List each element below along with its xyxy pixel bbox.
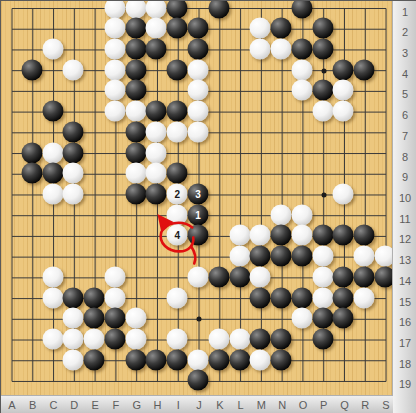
black-stone-C9 bbox=[42, 163, 63, 184]
white-stone-P13 bbox=[312, 246, 333, 267]
white-stone-H8 bbox=[146, 142, 167, 163]
white-stone-L12 bbox=[229, 225, 250, 246]
black-stone-R12 bbox=[354, 225, 375, 246]
col-label-D: D bbox=[70, 400, 78, 411]
col-label-M: M bbox=[257, 400, 266, 411]
white-stone-I7 bbox=[167, 121, 188, 142]
black-stone-H6 bbox=[146, 101, 167, 122]
white-stone-F15 bbox=[104, 287, 125, 308]
white-stone-J4 bbox=[188, 59, 209, 80]
white-stone-P14 bbox=[312, 266, 333, 287]
white-stone-C15 bbox=[42, 287, 63, 308]
white-stone-N3 bbox=[271, 38, 292, 59]
col-label-J: J bbox=[196, 400, 202, 411]
black-stone-H18 bbox=[146, 349, 167, 370]
col-label-O: O bbox=[299, 400, 308, 411]
row-label-15: 15 bbox=[399, 296, 411, 307]
col-label-I: I bbox=[177, 400, 180, 411]
white-stone-K17 bbox=[208, 329, 229, 350]
black-stone-Q4 bbox=[333, 59, 354, 80]
row-labels-bar: 12345678910111213141516171819 bbox=[392, 1, 416, 413]
star-point-J16 bbox=[197, 317, 202, 322]
white-stone-N11 bbox=[271, 204, 292, 225]
white-stone-R15 bbox=[354, 287, 375, 308]
white-stone-I12: 4 bbox=[167, 225, 188, 246]
row-label-9: 9 bbox=[402, 172, 408, 183]
white-stone-C14 bbox=[42, 266, 63, 287]
white-stone-F3 bbox=[104, 38, 125, 59]
black-stone-P17 bbox=[312, 329, 333, 350]
column-labels-bar: ABCDEFGHIJKLMNOPQRS bbox=[1, 395, 393, 413]
white-stone-G6 bbox=[125, 101, 146, 122]
black-stone-E16 bbox=[84, 308, 105, 329]
white-stone-M2 bbox=[250, 18, 271, 39]
black-stone-J11: 1 bbox=[188, 204, 209, 225]
white-stone-H2 bbox=[146, 18, 167, 39]
black-stone-O3 bbox=[291, 38, 312, 59]
black-stone-K18 bbox=[208, 349, 229, 370]
white-stone-J18 bbox=[188, 349, 209, 370]
white-stone-Q6 bbox=[333, 101, 354, 122]
col-label-Q: Q bbox=[340, 400, 349, 411]
black-stone-J2 bbox=[188, 18, 209, 39]
black-stone-N2 bbox=[271, 18, 292, 39]
black-stone-Q15 bbox=[333, 287, 354, 308]
row-label-10: 10 bbox=[399, 192, 411, 203]
black-stone-G10 bbox=[125, 183, 146, 204]
col-label-B: B bbox=[29, 400, 36, 411]
black-stone-P3 bbox=[312, 38, 333, 59]
white-stone-L17 bbox=[229, 329, 250, 350]
black-stone-I9 bbox=[167, 163, 188, 184]
black-stone-G3 bbox=[125, 38, 146, 59]
black-stone-C6 bbox=[42, 101, 63, 122]
white-stone-J5 bbox=[188, 80, 209, 101]
white-stone-Q5 bbox=[333, 80, 354, 101]
white-stone-P6 bbox=[312, 101, 333, 122]
col-label-S: S bbox=[382, 400, 389, 411]
black-stone-D8 bbox=[63, 142, 84, 163]
col-label-L: L bbox=[238, 400, 244, 411]
black-stone-J19 bbox=[188, 370, 209, 391]
white-stone-J6 bbox=[188, 101, 209, 122]
white-stone-M3 bbox=[250, 38, 271, 59]
black-stone-J3 bbox=[188, 38, 209, 59]
white-stone-F2 bbox=[104, 18, 125, 39]
black-stone-R4 bbox=[354, 59, 375, 80]
col-label-E: E bbox=[91, 400, 98, 411]
black-stone-G5 bbox=[125, 80, 146, 101]
black-stone-N15 bbox=[271, 287, 292, 308]
black-stone-P12 bbox=[312, 225, 333, 246]
col-label-F: F bbox=[113, 400, 120, 411]
row-label-4: 4 bbox=[402, 68, 408, 79]
star-point-P10 bbox=[321, 192, 326, 197]
black-stone-H10 bbox=[146, 183, 167, 204]
black-stone-J12 bbox=[188, 225, 209, 246]
black-stone-F16 bbox=[104, 308, 125, 329]
white-stone-O5 bbox=[291, 80, 312, 101]
white-stone-G17 bbox=[125, 329, 146, 350]
black-stone-G2 bbox=[125, 18, 146, 39]
white-stone-D9 bbox=[63, 163, 84, 184]
white-stone-O4 bbox=[291, 59, 312, 80]
black-stone-P2 bbox=[312, 18, 333, 39]
white-stone-J7 bbox=[188, 121, 209, 142]
white-stone-L13 bbox=[229, 246, 250, 267]
black-stone-E15 bbox=[84, 287, 105, 308]
black-stone-G4 bbox=[125, 59, 146, 80]
white-stone-C17 bbox=[42, 329, 63, 350]
white-stone-F4 bbox=[104, 59, 125, 80]
black-stone-F17 bbox=[104, 329, 125, 350]
black-stone-L14 bbox=[229, 266, 250, 287]
white-stone-M14 bbox=[250, 266, 271, 287]
white-stone-G9 bbox=[125, 163, 146, 184]
white-stone-D16 bbox=[63, 308, 84, 329]
col-label-N: N bbox=[278, 400, 286, 411]
white-stone-C8 bbox=[42, 142, 63, 163]
black-stone-P16 bbox=[312, 308, 333, 329]
white-stone-C3 bbox=[42, 38, 63, 59]
white-stone-M12 bbox=[250, 225, 271, 246]
white-stone-I17 bbox=[167, 329, 188, 350]
black-stone-N12 bbox=[271, 225, 292, 246]
black-stone-N18 bbox=[271, 349, 292, 370]
go-board[interactable]: 2314 bbox=[1, 1, 393, 396]
black-stone-K14 bbox=[208, 266, 229, 287]
black-stone-J10: 3 bbox=[188, 183, 209, 204]
black-stone-I18 bbox=[167, 349, 188, 370]
black-stone-Q16 bbox=[333, 308, 354, 329]
black-stone-O13 bbox=[291, 246, 312, 267]
row-label-8: 8 bbox=[402, 151, 408, 162]
row-label-14: 14 bbox=[399, 275, 411, 286]
white-stone-P15 bbox=[312, 287, 333, 308]
row-label-17: 17 bbox=[399, 338, 411, 349]
white-stone-D10 bbox=[63, 183, 84, 204]
white-stone-D18 bbox=[63, 349, 84, 370]
black-stone-D7 bbox=[63, 121, 84, 142]
black-stone-Q14 bbox=[333, 266, 354, 287]
col-label-C: C bbox=[50, 400, 58, 411]
white-stone-G16 bbox=[125, 308, 146, 329]
white-stone-J14 bbox=[188, 266, 209, 287]
black-stone-E18 bbox=[84, 349, 105, 370]
black-stone-I2 bbox=[167, 18, 188, 39]
row-label-11: 11 bbox=[399, 213, 410, 224]
col-label-A: A bbox=[8, 400, 15, 411]
black-stone-M17 bbox=[250, 329, 271, 350]
black-stone-O15 bbox=[291, 287, 312, 308]
black-stone-L18 bbox=[229, 349, 250, 370]
col-label-K: K bbox=[216, 400, 223, 411]
white-stone-I15 bbox=[167, 287, 188, 308]
col-label-P: P bbox=[320, 400, 327, 411]
row-label-19: 19 bbox=[399, 379, 411, 390]
white-stone-I11 bbox=[167, 204, 188, 225]
row-label-5: 5 bbox=[402, 89, 408, 100]
white-stone-I10: 2 bbox=[167, 183, 188, 204]
row-label-12: 12 bbox=[399, 234, 411, 245]
white-stone-M18 bbox=[250, 349, 271, 370]
col-label-R: R bbox=[361, 400, 369, 411]
black-stone-P5 bbox=[312, 80, 333, 101]
white-stone-O11 bbox=[291, 204, 312, 225]
black-stone-H3 bbox=[146, 38, 167, 59]
white-stone-O16 bbox=[291, 308, 312, 329]
row-label-16: 16 bbox=[399, 317, 411, 328]
black-stone-I6 bbox=[167, 101, 188, 122]
white-stone-D4 bbox=[63, 59, 84, 80]
go-app-window: 2314 12345678910111213141516171819 ABCDE… bbox=[0, 0, 416, 413]
white-stone-F14 bbox=[104, 266, 125, 287]
row-label-1: 1 bbox=[402, 6, 408, 17]
black-stone-N17 bbox=[271, 329, 292, 350]
white-stone-D17 bbox=[63, 329, 84, 350]
black-stone-M15 bbox=[250, 287, 271, 308]
row-label-3: 3 bbox=[402, 47, 408, 58]
black-stone-I4 bbox=[167, 59, 188, 80]
white-stone-H9 bbox=[146, 163, 167, 184]
black-stone-G8 bbox=[125, 142, 146, 163]
white-stone-C10 bbox=[42, 183, 63, 204]
white-stone-F5 bbox=[104, 80, 125, 101]
black-stone-M13 bbox=[250, 246, 271, 267]
white-stone-F6 bbox=[104, 101, 125, 122]
black-stone-Q12 bbox=[333, 225, 354, 246]
white-stone-Q10 bbox=[333, 183, 354, 204]
row-label-13: 13 bbox=[399, 255, 411, 266]
white-stone-H7 bbox=[146, 121, 167, 142]
row-label-18: 18 bbox=[399, 358, 411, 369]
row-label-6: 6 bbox=[402, 110, 408, 121]
black-stone-B4 bbox=[21, 59, 42, 80]
black-stone-B9 bbox=[21, 163, 42, 184]
star-point-P4 bbox=[321, 68, 326, 73]
white-stone-E17 bbox=[84, 329, 105, 350]
black-stone-N13 bbox=[271, 246, 292, 267]
white-stone-R13 bbox=[354, 246, 375, 267]
white-stone-O12 bbox=[291, 225, 312, 246]
col-label-H: H bbox=[153, 400, 161, 411]
col-label-G: G bbox=[132, 400, 141, 411]
black-stone-B8 bbox=[21, 142, 42, 163]
black-stone-G18 bbox=[125, 349, 146, 370]
black-stone-G7 bbox=[125, 121, 146, 142]
black-stone-R14 bbox=[354, 266, 375, 287]
row-label-7: 7 bbox=[402, 130, 408, 141]
black-stone-D15 bbox=[63, 287, 84, 308]
row-label-2: 2 bbox=[402, 27, 408, 38]
